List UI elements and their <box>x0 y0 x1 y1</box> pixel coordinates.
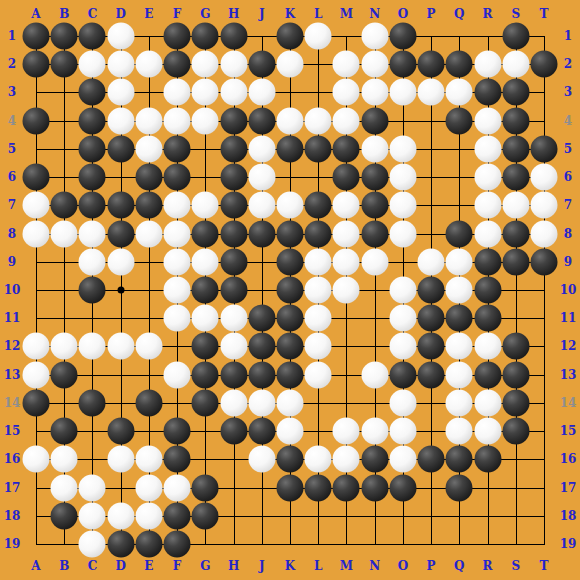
hoshi-point-D10 <box>117 286 124 293</box>
white-stone-O8[interactable] <box>389 220 416 247</box>
white-stone-H12[interactable] <box>220 333 247 360</box>
black-stone-G8[interactable] <box>192 220 219 247</box>
col-label-top-Q: Q <box>454 8 464 20</box>
row-label-right-9: 9 <box>564 256 572 268</box>
black-stone-D5[interactable] <box>107 135 134 162</box>
white-stone-C2[interactable] <box>79 51 106 78</box>
white-stone-T8[interactable] <box>530 220 557 247</box>
white-stone-E4[interactable] <box>135 107 162 134</box>
black-stone-S4[interactable] <box>502 107 529 134</box>
black-stone-J2[interactable] <box>248 51 275 78</box>
row-label-left-8: 8 <box>8 228 16 240</box>
row-label-left-18: 18 <box>4 510 21 522</box>
black-stone-G18[interactable] <box>192 502 219 529</box>
white-stone-N9[interactable] <box>361 248 388 275</box>
white-stone-H11[interactable] <box>220 305 247 332</box>
black-stone-K9[interactable] <box>276 248 303 275</box>
black-stone-J13[interactable] <box>248 361 275 388</box>
black-stone-F6[interactable] <box>164 164 191 191</box>
row-label-right-11: 11 <box>560 312 577 324</box>
white-stone-Q10[interactable] <box>446 276 473 303</box>
white-stone-D1[interactable] <box>107 23 134 50</box>
black-stone-J8[interactable] <box>248 220 275 247</box>
black-stone-Q17[interactable] <box>446 474 473 501</box>
white-stone-O6[interactable] <box>389 164 416 191</box>
black-stone-K10[interactable] <box>276 276 303 303</box>
col-label-top-B: B <box>59 8 69 20</box>
black-stone-C7[interactable] <box>79 192 106 219</box>
white-stone-O11[interactable] <box>389 305 416 332</box>
black-stone-C3[interactable] <box>79 79 106 106</box>
black-stone-N6[interactable] <box>361 164 388 191</box>
row-label-left-6: 6 <box>8 171 16 183</box>
white-stone-F13[interactable] <box>164 361 191 388</box>
black-stone-H6[interactable] <box>220 164 247 191</box>
black-stone-G13[interactable] <box>192 361 219 388</box>
white-stone-Q9[interactable] <box>446 248 473 275</box>
black-stone-M17[interactable] <box>333 474 360 501</box>
white-stone-G3[interactable] <box>192 79 219 106</box>
white-stone-S7[interactable] <box>502 192 529 219</box>
black-stone-F1[interactable] <box>164 23 191 50</box>
black-stone-P12[interactable] <box>418 333 445 360</box>
black-stone-L5[interactable] <box>305 135 332 162</box>
white-stone-N15[interactable] <box>361 418 388 445</box>
black-stone-F5[interactable] <box>164 135 191 162</box>
white-stone-O12[interactable] <box>389 333 416 360</box>
white-stone-K15[interactable] <box>276 418 303 445</box>
row-label-left-13: 13 <box>4 369 21 381</box>
white-stone-H2[interactable] <box>220 51 247 78</box>
black-stone-F16[interactable] <box>164 446 191 473</box>
white-stone-A7[interactable] <box>23 192 50 219</box>
black-stone-B7[interactable] <box>51 192 78 219</box>
black-stone-F15[interactable] <box>164 418 191 445</box>
black-stone-O13[interactable] <box>389 361 416 388</box>
row-label-right-6: 6 <box>564 171 572 183</box>
white-stone-M2[interactable] <box>333 51 360 78</box>
black-stone-S13[interactable] <box>502 361 529 388</box>
white-stone-L13[interactable] <box>305 361 332 388</box>
white-stone-F11[interactable] <box>164 305 191 332</box>
black-stone-Q8[interactable] <box>446 220 473 247</box>
white-stone-D4[interactable] <box>107 107 134 134</box>
row-label-right-5: 5 <box>564 143 572 155</box>
col-label-top-G: G <box>200 8 210 20</box>
black-stone-B1[interactable] <box>51 23 78 50</box>
black-stone-H1[interactable] <box>220 23 247 50</box>
white-stone-N2[interactable] <box>361 51 388 78</box>
white-stone-D2[interactable] <box>107 51 134 78</box>
white-stone-E18[interactable] <box>135 502 162 529</box>
white-stone-L11[interactable] <box>305 305 332 332</box>
black-stone-R16[interactable] <box>474 446 501 473</box>
white-stone-P9[interactable] <box>418 248 445 275</box>
black-stone-Q16[interactable] <box>446 446 473 473</box>
col-label-top-J: J <box>259 8 265 20</box>
white-stone-E8[interactable] <box>135 220 162 247</box>
row-label-left-9: 9 <box>8 256 16 268</box>
black-stone-S9[interactable] <box>502 248 529 275</box>
white-stone-T6[interactable] <box>530 164 557 191</box>
white-stone-R5[interactable] <box>474 135 501 162</box>
col-label-top-M: M <box>340 8 353 20</box>
white-stone-C17[interactable] <box>79 474 106 501</box>
white-stone-F10[interactable] <box>164 276 191 303</box>
black-stone-D7[interactable] <box>107 192 134 219</box>
row-label-left-5: 5 <box>8 143 16 155</box>
black-stone-S3[interactable] <box>502 79 529 106</box>
white-stone-O7[interactable] <box>389 192 416 219</box>
white-stone-D9[interactable] <box>107 248 134 275</box>
white-stone-B8[interactable] <box>51 220 78 247</box>
black-stone-R9[interactable] <box>474 248 501 275</box>
col-label-bottom-A: A <box>31 560 40 572</box>
black-stone-S8[interactable] <box>502 220 529 247</box>
black-stone-C5[interactable] <box>79 135 106 162</box>
col-label-bottom-G: G <box>200 560 210 572</box>
white-stone-L9[interactable] <box>305 248 332 275</box>
row-label-right-18: 18 <box>560 510 577 522</box>
black-stone-G14[interactable] <box>192 389 219 416</box>
col-label-top-E: E <box>144 8 153 20</box>
black-stone-R10[interactable] <box>474 276 501 303</box>
white-stone-Q12[interactable] <box>446 333 473 360</box>
row-label-left-4: 4 <box>8 115 16 127</box>
black-stone-O17[interactable] <box>389 474 416 501</box>
black-stone-H13[interactable] <box>220 361 247 388</box>
black-stone-M5[interactable] <box>333 135 360 162</box>
white-stone-J3[interactable] <box>248 79 275 106</box>
black-stone-J15[interactable] <box>248 418 275 445</box>
black-stone-A4[interactable] <box>23 107 50 134</box>
row-label-right-4: 4 <box>564 115 572 127</box>
white-stone-B12[interactable] <box>51 333 78 360</box>
black-stone-Q11[interactable] <box>446 305 473 332</box>
white-stone-M16[interactable] <box>333 446 360 473</box>
white-stone-B17[interactable] <box>51 474 78 501</box>
col-label-top-D: D <box>115 8 125 20</box>
white-stone-C19[interactable] <box>79 530 106 557</box>
white-stone-A12[interactable] <box>23 333 50 360</box>
black-stone-N7[interactable] <box>361 192 388 219</box>
col-label-bottom-L: L <box>314 560 322 572</box>
black-stone-A2[interactable] <box>23 51 50 78</box>
white-stone-B16[interactable] <box>51 446 78 473</box>
black-stone-H7[interactable] <box>220 192 247 219</box>
white-stone-E12[interactable] <box>135 333 162 360</box>
white-stone-Q13[interactable] <box>446 361 473 388</box>
black-stone-S12[interactable] <box>502 333 529 360</box>
white-stone-M7[interactable] <box>333 192 360 219</box>
black-stone-A6[interactable] <box>23 164 50 191</box>
white-stone-E5[interactable] <box>135 135 162 162</box>
white-stone-F3[interactable] <box>164 79 191 106</box>
black-stone-B13[interactable] <box>51 361 78 388</box>
white-stone-F7[interactable] <box>164 192 191 219</box>
black-stone-H8[interactable] <box>220 220 247 247</box>
white-stone-M3[interactable] <box>333 79 360 106</box>
row-label-left-1: 1 <box>8 30 16 42</box>
row-label-left-14: 14 <box>4 397 21 409</box>
white-stone-R2[interactable] <box>474 51 501 78</box>
white-stone-O5[interactable] <box>389 135 416 162</box>
row-label-right-13: 13 <box>560 369 577 381</box>
row-label-right-16: 16 <box>560 453 577 465</box>
black-stone-D19[interactable] <box>107 530 134 557</box>
black-stone-H4[interactable] <box>220 107 247 134</box>
white-stone-D16[interactable] <box>107 446 134 473</box>
black-stone-O1[interactable] <box>389 23 416 50</box>
black-stone-M6[interactable] <box>333 164 360 191</box>
white-stone-R4[interactable] <box>474 107 501 134</box>
white-stone-F9[interactable] <box>164 248 191 275</box>
white-stone-P3[interactable] <box>418 79 445 106</box>
white-stone-R14[interactable] <box>474 389 501 416</box>
black-stone-K13[interactable] <box>276 361 303 388</box>
black-stone-H5[interactable] <box>220 135 247 162</box>
row-label-right-19: 19 <box>560 538 577 550</box>
black-stone-A1[interactable] <box>23 23 50 50</box>
col-label-bottom-J: J <box>259 560 265 572</box>
white-stone-N3[interactable] <box>361 79 388 106</box>
white-stone-J6[interactable] <box>248 164 275 191</box>
black-stone-N17[interactable] <box>361 474 388 501</box>
black-stone-G10[interactable] <box>192 276 219 303</box>
white-stone-N5[interactable] <box>361 135 388 162</box>
black-stone-K1[interactable] <box>276 23 303 50</box>
white-stone-N1[interactable] <box>361 23 388 50</box>
white-stone-K2[interactable] <box>276 51 303 78</box>
white-stone-M10[interactable] <box>333 276 360 303</box>
black-stone-L17[interactable] <box>305 474 332 501</box>
black-stone-A14[interactable] <box>23 389 50 416</box>
black-stone-D15[interactable] <box>107 418 134 445</box>
black-stone-P13[interactable] <box>418 361 445 388</box>
white-stone-A16[interactable] <box>23 446 50 473</box>
col-label-bottom-M: M <box>340 560 353 572</box>
white-stone-L4[interactable] <box>305 107 332 134</box>
go-board[interactable]: AABBCCDDEEFFGGHHJJKKLLMMNNOOPPQQRRSSTT11… <box>0 0 580 580</box>
black-stone-J12[interactable] <box>248 333 275 360</box>
white-stone-S2[interactable] <box>502 51 529 78</box>
black-stone-G12[interactable] <box>192 333 219 360</box>
col-label-top-O: O <box>398 8 408 20</box>
black-stone-H9[interactable] <box>220 248 247 275</box>
col-label-bottom-K: K <box>285 560 295 572</box>
white-stone-R6[interactable] <box>474 164 501 191</box>
black-stone-K11[interactable] <box>276 305 303 332</box>
black-stone-E14[interactable] <box>135 389 162 416</box>
white-stone-A13[interactable] <box>23 361 50 388</box>
black-stone-C4[interactable] <box>79 107 106 134</box>
black-stone-H15[interactable] <box>220 418 247 445</box>
white-stone-Q15[interactable] <box>446 418 473 445</box>
black-stone-G17[interactable] <box>192 474 219 501</box>
white-stone-M15[interactable] <box>333 418 360 445</box>
black-stone-K17[interactable] <box>276 474 303 501</box>
white-stone-D12[interactable] <box>107 333 134 360</box>
white-stone-E2[interactable] <box>135 51 162 78</box>
white-stone-G2[interactable] <box>192 51 219 78</box>
row-label-left-10: 10 <box>4 284 21 296</box>
black-stone-P10[interactable] <box>418 276 445 303</box>
white-stone-J14[interactable] <box>248 389 275 416</box>
col-label-top-S: S <box>511 8 520 20</box>
black-stone-Q2[interactable] <box>446 51 473 78</box>
black-stone-F19[interactable] <box>164 530 191 557</box>
col-label-bottom-C: C <box>88 560 98 572</box>
white-stone-L10[interactable] <box>305 276 332 303</box>
black-stone-T5[interactable] <box>530 135 557 162</box>
black-stone-N8[interactable] <box>361 220 388 247</box>
white-stone-J16[interactable] <box>248 446 275 473</box>
white-stone-H3[interactable] <box>220 79 247 106</box>
white-stone-R15[interactable] <box>474 418 501 445</box>
black-stone-T2[interactable] <box>530 51 557 78</box>
white-stone-F17[interactable] <box>164 474 191 501</box>
row-label-left-3: 3 <box>8 86 16 98</box>
white-stone-L12[interactable] <box>305 333 332 360</box>
row-label-right-10: 10 <box>560 284 577 296</box>
black-stone-E19[interactable] <box>135 530 162 557</box>
white-stone-F8[interactable] <box>164 220 191 247</box>
white-stone-L1[interactable] <box>305 23 332 50</box>
white-stone-K4[interactable] <box>276 107 303 134</box>
white-stone-D18[interactable] <box>107 502 134 529</box>
col-label-bottom-D: D <box>115 560 125 572</box>
white-stone-G11[interactable] <box>192 305 219 332</box>
black-stone-B2[interactable] <box>51 51 78 78</box>
white-stone-T7[interactable] <box>530 192 557 219</box>
white-stone-R7[interactable] <box>474 192 501 219</box>
white-stone-M4[interactable] <box>333 107 360 134</box>
black-stone-F18[interactable] <box>164 502 191 529</box>
black-stone-K16[interactable] <box>276 446 303 473</box>
black-stone-N4[interactable] <box>361 107 388 134</box>
black-stone-J4[interactable] <box>248 107 275 134</box>
white-stone-J7[interactable] <box>248 192 275 219</box>
row-label-left-11: 11 <box>4 312 21 324</box>
white-stone-J5[interactable] <box>248 135 275 162</box>
black-stone-C6[interactable] <box>79 164 106 191</box>
row-label-right-12: 12 <box>560 340 577 352</box>
white-stone-C12[interactable] <box>79 333 106 360</box>
black-stone-S5[interactable] <box>502 135 529 162</box>
row-label-right-8: 8 <box>564 228 572 240</box>
white-stone-K7[interactable] <box>276 192 303 219</box>
black-stone-L8[interactable] <box>305 220 332 247</box>
black-stone-J11[interactable] <box>248 305 275 332</box>
col-label-bottom-H: H <box>228 560 239 572</box>
white-stone-N13[interactable] <box>361 361 388 388</box>
col-label-bottom-E: E <box>144 560 153 572</box>
black-stone-N16[interactable] <box>361 446 388 473</box>
white-stone-E16[interactable] <box>135 446 162 473</box>
row-label-right-7: 7 <box>564 199 572 211</box>
white-stone-Q14[interactable] <box>446 389 473 416</box>
black-stone-S1[interactable] <box>502 23 529 50</box>
white-stone-F4[interactable] <box>164 107 191 134</box>
row-label-right-3: 3 <box>564 86 572 98</box>
row-label-right-1: 1 <box>564 30 572 42</box>
white-stone-M9[interactable] <box>333 248 360 275</box>
row-label-left-2: 2 <box>8 58 16 70</box>
row-label-right-15: 15 <box>560 425 577 437</box>
black-stone-R3[interactable] <box>474 79 501 106</box>
white-stone-D3[interactable] <box>107 79 134 106</box>
white-stone-Q3[interactable] <box>446 79 473 106</box>
white-stone-O14[interactable] <box>389 389 416 416</box>
white-stone-O16[interactable] <box>389 446 416 473</box>
black-stone-K8[interactable] <box>276 220 303 247</box>
white-stone-O10[interactable] <box>389 276 416 303</box>
white-stone-R8[interactable] <box>474 220 501 247</box>
black-stone-F2[interactable] <box>164 51 191 78</box>
black-stone-G1[interactable] <box>192 23 219 50</box>
black-stone-S15[interactable] <box>502 418 529 445</box>
black-stone-K12[interactable] <box>276 333 303 360</box>
row-label-left-7: 7 <box>8 199 16 211</box>
white-stone-G4[interactable] <box>192 107 219 134</box>
black-stone-H10[interactable] <box>220 276 247 303</box>
white-stone-H14[interactable] <box>220 389 247 416</box>
black-stone-P11[interactable] <box>418 305 445 332</box>
col-label-top-R: R <box>483 8 493 20</box>
black-stone-P2[interactable] <box>418 51 445 78</box>
col-label-bottom-T: T <box>540 560 549 572</box>
white-stone-A8[interactable] <box>23 220 50 247</box>
white-stone-E17[interactable] <box>135 474 162 501</box>
black-stone-B18[interactable] <box>51 502 78 529</box>
white-stone-K14[interactable] <box>276 389 303 416</box>
black-stone-C1[interactable] <box>79 23 106 50</box>
black-stone-K5[interactable] <box>276 135 303 162</box>
black-stone-R11[interactable] <box>474 305 501 332</box>
black-stone-S6[interactable] <box>502 164 529 191</box>
black-stone-C10[interactable] <box>79 276 106 303</box>
white-stone-R12[interactable] <box>474 333 501 360</box>
white-stone-O15[interactable] <box>389 418 416 445</box>
black-stone-O2[interactable] <box>389 51 416 78</box>
black-stone-P16[interactable] <box>418 446 445 473</box>
row-label-right-14: 14 <box>560 397 577 409</box>
black-stone-B15[interactable] <box>51 418 78 445</box>
col-label-bottom-Q: Q <box>454 560 464 572</box>
white-stone-O3[interactable] <box>389 79 416 106</box>
white-stone-G7[interactable] <box>192 192 219 219</box>
black-stone-T9[interactable] <box>530 248 557 275</box>
black-stone-S14[interactable] <box>502 389 529 416</box>
black-stone-L7[interactable] <box>305 192 332 219</box>
white-stone-L16[interactable] <box>305 446 332 473</box>
black-stone-Q4[interactable] <box>446 107 473 134</box>
white-stone-C9[interactable] <box>79 248 106 275</box>
black-stone-E7[interactable] <box>135 192 162 219</box>
row-label-left-17: 17 <box>4 482 21 494</box>
black-stone-R13[interactable] <box>474 361 501 388</box>
black-stone-E6[interactable] <box>135 164 162 191</box>
black-stone-D8[interactable] <box>107 220 134 247</box>
row-label-right-17: 17 <box>560 482 577 494</box>
white-stone-C8[interactable] <box>79 220 106 247</box>
white-stone-G9[interactable] <box>192 248 219 275</box>
grid-vline-T <box>544 36 545 545</box>
black-stone-C14[interactable] <box>79 389 106 416</box>
white-stone-M8[interactable] <box>333 220 360 247</box>
row-label-left-16: 16 <box>4 453 21 465</box>
white-stone-C18[interactable] <box>79 502 106 529</box>
